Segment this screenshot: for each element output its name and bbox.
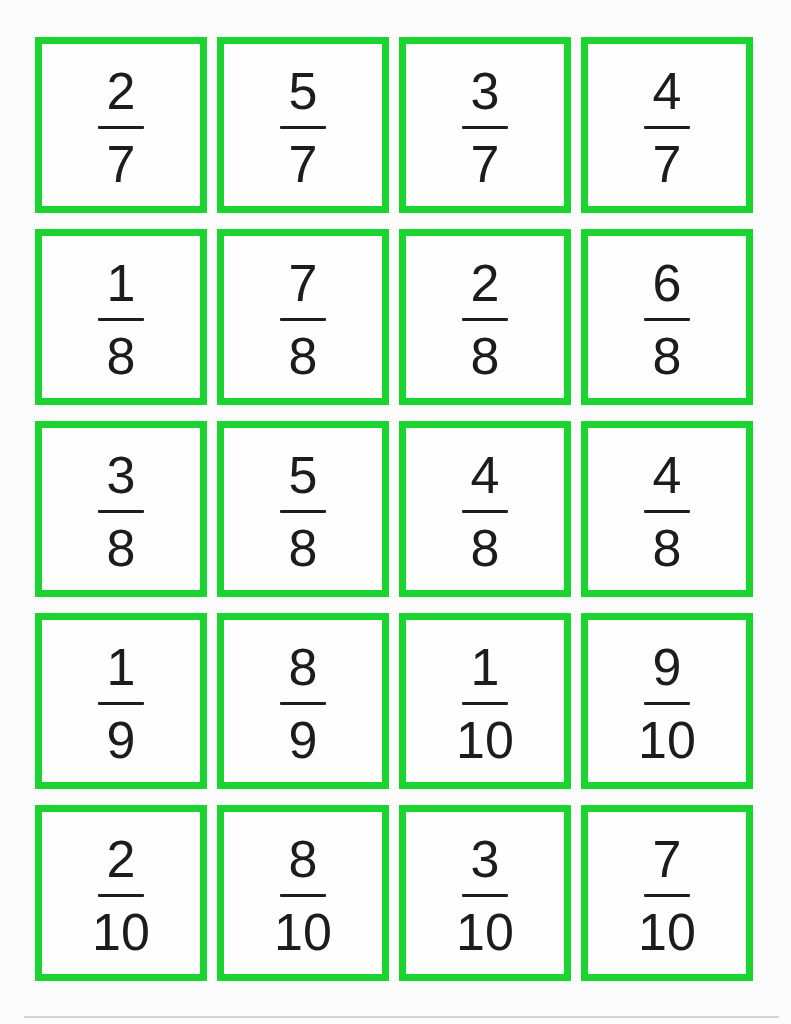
numerator: 2	[107, 833, 136, 885]
fraction-bar	[644, 126, 690, 129]
denominator: 8	[107, 522, 136, 574]
fraction: 8 9	[280, 637, 326, 766]
fraction-bar	[462, 126, 508, 129]
fraction-card: 4 7	[581, 37, 753, 213]
numerator: 2	[471, 257, 500, 309]
denominator: 8	[289, 522, 318, 574]
fraction-card: 1 8	[35, 229, 207, 405]
fraction-bar	[280, 318, 326, 321]
fraction-card: 4 8	[581, 421, 753, 597]
numerator: 4	[471, 449, 500, 501]
numerator: 5	[289, 65, 318, 117]
fraction: 5 7	[280, 61, 326, 190]
fraction: 4 7	[644, 61, 690, 190]
numerator: 8	[289, 641, 318, 693]
fraction: 5 8	[280, 445, 326, 574]
fraction: 1 10	[456, 637, 514, 766]
denominator: 9	[107, 714, 136, 766]
fraction-card: 3 10	[399, 805, 571, 981]
numerator: 1	[107, 641, 136, 693]
fraction-bar	[644, 510, 690, 513]
fraction: 4 8	[462, 445, 508, 574]
denominator: 7	[107, 138, 136, 190]
fraction-bar	[98, 510, 144, 513]
numerator: 7	[653, 833, 682, 885]
fraction-bar	[462, 894, 508, 897]
denominator: 9	[289, 714, 318, 766]
fraction-bar	[280, 126, 326, 129]
denominator: 10	[456, 906, 514, 958]
numerator: 7	[289, 257, 318, 309]
numerator: 9	[653, 641, 682, 693]
fraction-bar	[98, 702, 144, 705]
fraction-card: 1 9	[35, 613, 207, 789]
scan-artifact-line	[24, 1016, 779, 1018]
fraction-bar	[462, 510, 508, 513]
fraction-bar	[644, 702, 690, 705]
fraction-bar	[644, 318, 690, 321]
denominator: 8	[653, 522, 682, 574]
fraction-bar	[98, 126, 144, 129]
fraction-card: 3 8	[35, 421, 207, 597]
numerator: 2	[107, 65, 136, 117]
fraction: 3 8	[98, 445, 144, 574]
fraction-card: 3 7	[399, 37, 571, 213]
fraction-bar	[98, 894, 144, 897]
fraction: 1 8	[98, 253, 144, 382]
fraction-bar	[98, 318, 144, 321]
fraction-card: 8 9	[217, 613, 389, 789]
fraction: 8 10	[274, 829, 332, 958]
fraction: 7 8	[280, 253, 326, 382]
fraction-card: 9 10	[581, 613, 753, 789]
fraction-card: 2 10	[35, 805, 207, 981]
denominator: 7	[289, 138, 318, 190]
fraction-card: 7 8	[217, 229, 389, 405]
numerator: 1	[471, 641, 500, 693]
fraction: 2 7	[98, 61, 144, 190]
fraction-card: 2 8	[399, 229, 571, 405]
denominator: 10	[638, 714, 696, 766]
fraction: 3 10	[456, 829, 514, 958]
flashcard-sheet: 2 7 5 7 3 7 4 7 1 8	[0, 0, 791, 1024]
denominator: 8	[653, 330, 682, 382]
numerator: 4	[653, 449, 682, 501]
fraction-bar	[280, 510, 326, 513]
denominator: 10	[456, 714, 514, 766]
fraction: 4 8	[644, 445, 690, 574]
fraction: 2 10	[92, 829, 150, 958]
fraction-bar	[280, 702, 326, 705]
fraction: 7 10	[638, 829, 696, 958]
denominator: 10	[274, 906, 332, 958]
fraction-bar	[644, 894, 690, 897]
fraction: 3 7	[462, 61, 508, 190]
fraction-card: 1 10	[399, 613, 571, 789]
numerator: 3	[107, 449, 136, 501]
fraction: 1 9	[98, 637, 144, 766]
denominator: 8	[471, 522, 500, 574]
fraction-card: 4 8	[399, 421, 571, 597]
denominator: 10	[92, 906, 150, 958]
denominator: 8	[107, 330, 136, 382]
fraction-card: 6 8	[581, 229, 753, 405]
denominator: 10	[638, 906, 696, 958]
fraction-bar	[280, 894, 326, 897]
numerator: 3	[471, 833, 500, 885]
denominator: 7	[471, 138, 500, 190]
fraction: 9 10	[638, 637, 696, 766]
numerator: 6	[653, 257, 682, 309]
denominator: 8	[289, 330, 318, 382]
numerator: 1	[107, 257, 136, 309]
fraction-bar	[462, 318, 508, 321]
card-grid: 2 7 5 7 3 7 4 7 1 8	[35, 37, 753, 981]
numerator: 5	[289, 449, 318, 501]
fraction: 2 8	[462, 253, 508, 382]
fraction-card: 5 8	[217, 421, 389, 597]
numerator: 3	[471, 65, 500, 117]
fraction-card: 8 10	[217, 805, 389, 981]
fraction-card: 5 7	[217, 37, 389, 213]
fraction: 6 8	[644, 253, 690, 382]
fraction-bar	[462, 702, 508, 705]
fraction-card: 2 7	[35, 37, 207, 213]
denominator: 7	[653, 138, 682, 190]
numerator: 8	[289, 833, 318, 885]
denominator: 8	[471, 330, 500, 382]
numerator: 4	[653, 65, 682, 117]
fraction-card: 7 10	[581, 805, 753, 981]
